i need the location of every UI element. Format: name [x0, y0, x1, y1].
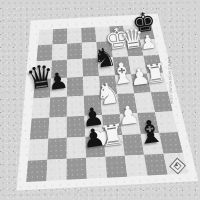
logo-pawn-icon: ♟ [168, 161, 184, 167]
piece-white-rook: ♜ [98, 121, 127, 153]
brand-logo: ♟ [168, 157, 185, 174]
piece-black-pawn: ♟ [46, 68, 69, 93]
piece-white-rook: ♜ [142, 60, 168, 89]
photo-background: ♚♚♛♟♞♛♟♝♟♜♞♟♟♟♟♜♝ WWW.CHESSHOUSE.COM ♟ [0, 0, 200, 200]
piece-white-pawn: ♟ [138, 31, 157, 52]
piece-black-bishop: ♝ [134, 115, 166, 150]
chess-board-photo: ♚♚♛♟♞♛♟♝♟♜♞♟♟♟♟♜♝ WWW.CHESSHOUSE.COM ♟ [0, 0, 200, 200]
